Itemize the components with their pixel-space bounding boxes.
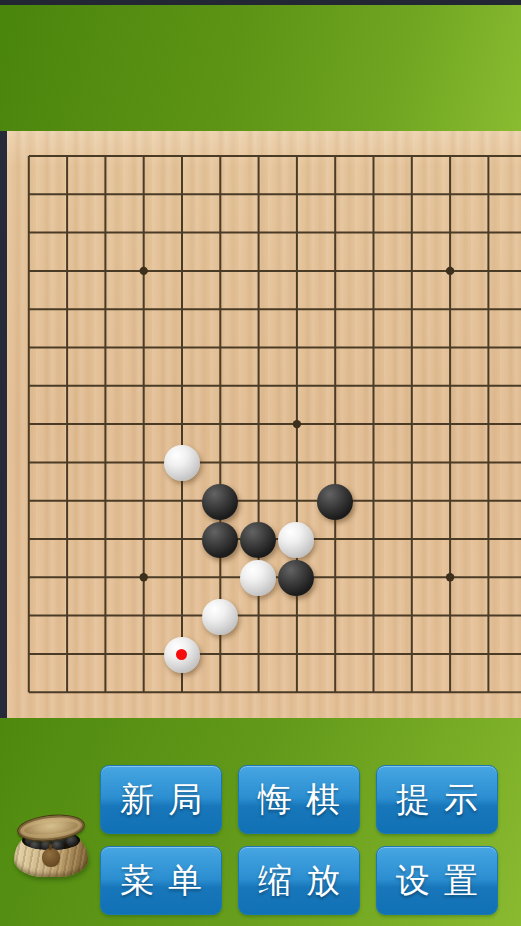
header-banner	[0, 5, 521, 131]
new-game-button[interactable]: 新局	[100, 765, 222, 834]
new-game-label: 新局	[120, 777, 216, 823]
star-point	[445, 573, 453, 581]
stone-white	[164, 637, 200, 673]
star-point	[139, 267, 147, 275]
board-region	[0, 131, 521, 718]
menu-button[interactable]: 菜单	[100, 846, 222, 915]
last-move-marker	[176, 649, 187, 660]
stone-black	[317, 484, 353, 520]
hint-label: 提示	[396, 777, 492, 823]
apple-mark	[42, 848, 60, 867]
settings-label: 设置	[396, 858, 492, 904]
star-point	[292, 420, 300, 428]
app-screen: { "app": { "name": "Gomoku (五子棋)", "head…	[0, 0, 521, 926]
stone-white	[164, 445, 200, 481]
hint-button[interactable]: 提示	[376, 765, 498, 834]
gomoku-board[interactable]	[7, 131, 521, 718]
zoom-button[interactable]: 缩放	[238, 846, 360, 915]
settings-button[interactable]: 设置	[376, 846, 498, 915]
board-grid	[7, 131, 521, 718]
stone-bowl-icon	[14, 815, 88, 877]
undo-button[interactable]: 悔棋	[238, 765, 360, 834]
stone-black	[240, 522, 276, 558]
star-point	[139, 573, 147, 581]
stone-black	[202, 484, 238, 520]
zoom-label: 缩放	[258, 858, 354, 904]
undo-label: 悔棋	[258, 777, 354, 823]
stone-black	[202, 522, 238, 558]
star-point	[445, 267, 453, 275]
menu-label: 菜单	[120, 858, 216, 904]
control-panel: 新局 悔棋 提示 菜单 缩放 设置	[0, 718, 521, 926]
stone-white	[202, 599, 238, 635]
